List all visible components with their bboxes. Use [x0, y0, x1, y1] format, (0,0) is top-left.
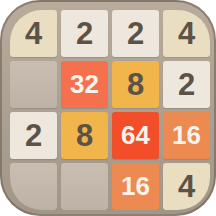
board-grid[interactable]: 42243282286416164: [10, 10, 210, 210]
tile-4: 4: [163, 10, 210, 57]
tile-2: 2: [163, 61, 210, 108]
empty-cell: [61, 163, 108, 210]
tile-8: 8: [112, 61, 159, 108]
tile-2: 2: [112, 10, 159, 57]
tile-2: 2: [61, 10, 108, 57]
tile-4: 4: [163, 163, 210, 210]
tile-16: 16: [163, 112, 210, 159]
board-clip: 42243282286416164: [10, 10, 210, 210]
tile-8: 8: [61, 112, 108, 159]
tile-2: 2: [10, 112, 57, 159]
tile-32: 32: [61, 61, 108, 108]
tile-16: 16: [112, 163, 159, 210]
app-icon-2048: 42243282286416164: [0, 0, 216, 216]
tile-64: 64: [112, 112, 159, 159]
tile-4: 4: [10, 10, 57, 57]
board-frame: 42243282286416164: [0, 0, 216, 216]
empty-cell: [10, 61, 57, 108]
empty-cell: [10, 163, 57, 210]
